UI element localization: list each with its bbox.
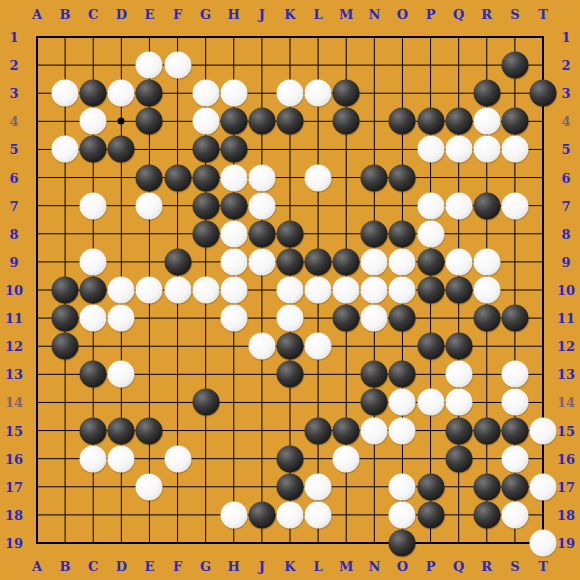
white-stone[interactable] — [361, 248, 388, 275]
white-stone[interactable] — [248, 164, 275, 191]
black-stone[interactable] — [530, 80, 557, 107]
black-stone[interactable] — [389, 361, 416, 388]
black-stone[interactable] — [248, 108, 275, 135]
white-stone[interactable] — [108, 277, 135, 304]
row-label: 19 — [557, 536, 575, 551]
black-stone[interactable] — [277, 473, 304, 500]
black-stone[interactable] — [192, 136, 219, 163]
row-label: 6 — [9, 170, 18, 185]
row-label: 15 — [5, 423, 23, 438]
black-stone[interactable] — [108, 136, 135, 163]
white-stone[interactable] — [305, 501, 332, 528]
black-stone[interactable] — [445, 417, 472, 444]
column-label: J — [259, 7, 265, 22]
white-stone[interactable] — [361, 305, 388, 332]
white-stone[interactable] — [192, 80, 219, 107]
column-label: A — [32, 7, 42, 22]
white-stone[interactable] — [530, 417, 557, 444]
white-stone[interactable] — [108, 80, 135, 107]
white-stone[interactable] — [108, 361, 135, 388]
black-stone[interactable] — [80, 277, 107, 304]
black-stone[interactable] — [333, 305, 360, 332]
black-stone[interactable] — [417, 277, 444, 304]
row-label: 4 — [561, 114, 570, 129]
column-label: B — [60, 559, 71, 574]
row-label: 13 — [557, 367, 575, 382]
black-stone[interactable] — [501, 108, 528, 135]
black-stone[interactable] — [192, 389, 219, 416]
column-label: T — [538, 559, 548, 574]
column-label: O — [397, 559, 408, 574]
row-label: 9 — [561, 254, 570, 269]
black-stone[interactable] — [277, 333, 304, 360]
black-stone[interactable] — [277, 220, 304, 247]
black-stone[interactable] — [333, 417, 360, 444]
black-stone[interactable] — [164, 164, 191, 191]
black-stone[interactable] — [52, 333, 79, 360]
black-stone[interactable] — [333, 108, 360, 135]
white-stone[interactable] — [277, 80, 304, 107]
white-stone[interactable] — [501, 389, 528, 416]
white-stone[interactable] — [80, 445, 107, 472]
row-label: 5 — [561, 142, 570, 157]
column-label: F — [173, 559, 182, 574]
row-label: 15 — [557, 423, 575, 438]
black-stone[interactable] — [136, 164, 163, 191]
black-stone[interactable] — [277, 361, 304, 388]
black-stone[interactable] — [361, 220, 388, 247]
row-label: 19 — [5, 536, 23, 551]
black-stone[interactable] — [445, 333, 472, 360]
go-board[interactable]: AABBCCDDEEFFGGHHJJKKLLMMNNOOPPQQRRSSTT11… — [0, 0, 580, 580]
black-stone[interactable] — [220, 192, 247, 219]
white-stone[interactable] — [389, 248, 416, 275]
black-stone[interactable] — [417, 248, 444, 275]
row-label: 2 — [561, 58, 570, 73]
black-stone[interactable] — [417, 333, 444, 360]
white-stone[interactable] — [501, 501, 528, 528]
column-label: N — [368, 559, 380, 574]
white-stone[interactable] — [389, 389, 416, 416]
black-stone[interactable] — [277, 445, 304, 472]
black-stone[interactable] — [52, 305, 79, 332]
black-stone[interactable] — [361, 389, 388, 416]
white-stone[interactable] — [389, 473, 416, 500]
row-label: 5 — [9, 142, 18, 157]
row-label: 12 — [5, 339, 23, 354]
black-stone[interactable] — [501, 417, 528, 444]
white-stone[interactable] — [192, 108, 219, 135]
black-stone[interactable] — [473, 417, 500, 444]
black-stone[interactable] — [389, 305, 416, 332]
column-label: Q — [453, 7, 464, 22]
row-label: 8 — [561, 226, 570, 241]
row-label: 9 — [9, 254, 18, 269]
column-label: G — [200, 7, 211, 22]
white-stone[interactable] — [530, 473, 557, 500]
white-stone[interactable] — [248, 192, 275, 219]
white-stone[interactable] — [333, 445, 360, 472]
white-stone[interactable] — [136, 52, 163, 79]
row-label: 11 — [557, 311, 575, 326]
black-stone[interactable] — [501, 473, 528, 500]
white-stone[interactable] — [220, 164, 247, 191]
white-stone[interactable] — [108, 445, 135, 472]
black-stone[interactable] — [305, 248, 332, 275]
black-stone[interactable] — [333, 80, 360, 107]
black-stone[interactable] — [80, 80, 107, 107]
white-stone[interactable] — [445, 248, 472, 275]
black-stone[interactable] — [80, 136, 107, 163]
black-stone[interactable] — [248, 220, 275, 247]
black-stone[interactable] — [277, 248, 304, 275]
white-stone[interactable] — [417, 220, 444, 247]
black-stone[interactable] — [361, 361, 388, 388]
white-stone[interactable] — [305, 80, 332, 107]
column-label: T — [538, 7, 548, 22]
black-stone[interactable] — [501, 305, 528, 332]
black-stone[interactable] — [192, 220, 219, 247]
white-stone[interactable] — [417, 136, 444, 163]
white-stone[interactable] — [248, 333, 275, 360]
row-label: 7 — [9, 198, 18, 213]
white-stone[interactable] — [220, 277, 247, 304]
row-label: 10 — [557, 283, 575, 298]
white-stone[interactable] — [277, 305, 304, 332]
white-stone[interactable] — [52, 136, 79, 163]
black-stone[interactable] — [248, 501, 275, 528]
black-stone[interactable] — [305, 417, 332, 444]
row-label: 4 — [9, 114, 18, 129]
white-stone[interactable] — [530, 530, 557, 557]
black-stone[interactable] — [361, 164, 388, 191]
black-stone[interactable] — [445, 445, 472, 472]
white-stone[interactable] — [333, 277, 360, 304]
white-stone[interactable] — [108, 305, 135, 332]
row-label: 18 — [5, 507, 23, 522]
column-label: L — [314, 559, 323, 574]
white-stone[interactable] — [361, 277, 388, 304]
row-label: 14 — [557, 395, 575, 410]
black-stone[interactable] — [136, 108, 163, 135]
black-stone[interactable] — [389, 220, 416, 247]
row-label: 17 — [557, 479, 575, 494]
white-stone[interactable] — [80, 248, 107, 275]
column-label: J — [259, 559, 265, 574]
row-label: 8 — [9, 226, 18, 241]
column-label: F — [173, 7, 182, 22]
white-stone[interactable] — [164, 52, 191, 79]
column-label: P — [426, 559, 436, 574]
white-stone[interactable] — [220, 501, 247, 528]
row-label: 16 — [557, 451, 575, 466]
white-stone[interactable] — [164, 445, 191, 472]
column-label: R — [481, 7, 492, 22]
column-label: K — [284, 7, 295, 22]
black-stone[interactable] — [473, 501, 500, 528]
column-label: E — [144, 7, 154, 22]
white-stone[interactable] — [164, 277, 191, 304]
black-stone[interactable] — [389, 164, 416, 191]
black-stone[interactable] — [445, 277, 472, 304]
column-label: D — [116, 7, 127, 22]
white-stone[interactable] — [305, 333, 332, 360]
column-label: S — [510, 7, 519, 22]
white-stone[interactable] — [305, 164, 332, 191]
white-stone[interactable] — [445, 361, 472, 388]
black-stone[interactable] — [333, 248, 360, 275]
row-label: 6 — [561, 170, 570, 185]
row-label: 18 — [557, 507, 575, 522]
white-stone[interactable] — [220, 305, 247, 332]
row-label: 10 — [5, 283, 23, 298]
star-point — [118, 118, 125, 125]
column-label: C — [88, 559, 98, 574]
black-stone[interactable] — [192, 164, 219, 191]
white-stone[interactable] — [80, 305, 107, 332]
column-label: M — [339, 559, 353, 574]
row-label: 16 — [5, 451, 23, 466]
white-stone[interactable] — [136, 277, 163, 304]
white-stone[interactable] — [192, 277, 219, 304]
black-stone[interactable] — [52, 277, 79, 304]
row-label: 1 — [561, 30, 570, 45]
white-stone[interactable] — [501, 361, 528, 388]
white-stone[interactable] — [389, 277, 416, 304]
column-label: O — [397, 7, 408, 22]
white-stone[interactable] — [473, 136, 500, 163]
column-label: S — [510, 559, 519, 574]
white-stone[interactable] — [305, 473, 332, 500]
black-stone[interactable] — [80, 361, 107, 388]
row-label: 17 — [5, 479, 23, 494]
row-label: 14 — [5, 395, 23, 410]
column-label: D — [116, 559, 127, 574]
row-label: 7 — [561, 198, 570, 213]
column-label: G — [200, 559, 211, 574]
white-stone[interactable] — [473, 108, 500, 135]
black-stone[interactable] — [277, 108, 304, 135]
column-label: H — [228, 7, 240, 22]
column-label: E — [144, 559, 154, 574]
white-stone[interactable] — [80, 108, 107, 135]
black-stone[interactable] — [220, 108, 247, 135]
column-label: C — [88, 7, 98, 22]
black-stone[interactable] — [192, 192, 219, 219]
black-stone[interactable] — [164, 248, 191, 275]
white-stone[interactable] — [417, 192, 444, 219]
black-stone[interactable] — [445, 108, 472, 135]
row-label: 11 — [5, 311, 23, 326]
black-stone[interactable] — [220, 136, 247, 163]
white-stone[interactable] — [136, 473, 163, 500]
row-label: 3 — [9, 86, 18, 101]
column-label: P — [426, 7, 436, 22]
black-stone[interactable] — [108, 417, 135, 444]
row-label: 12 — [557, 339, 575, 354]
white-stone[interactable] — [136, 192, 163, 219]
column-label: A — [32, 559, 42, 574]
black-stone[interactable] — [417, 473, 444, 500]
white-stone[interactable] — [445, 192, 472, 219]
white-stone[interactable] — [305, 277, 332, 304]
white-stone[interactable] — [248, 248, 275, 275]
column-label: Q — [453, 559, 464, 574]
column-label: K — [284, 559, 295, 574]
white-stone[interactable] — [417, 389, 444, 416]
white-stone[interactable] — [220, 80, 247, 107]
black-stone[interactable] — [473, 305, 500, 332]
black-stone[interactable] — [417, 108, 444, 135]
white-stone[interactable] — [361, 417, 388, 444]
column-label: L — [314, 7, 323, 22]
white-stone[interactable] — [52, 80, 79, 107]
row-label: 2 — [9, 58, 18, 73]
black-stone[interactable] — [473, 192, 500, 219]
row-label: 13 — [5, 367, 23, 382]
white-stone[interactable] — [277, 277, 304, 304]
column-label: N — [368, 7, 380, 22]
black-stone[interactable] — [389, 108, 416, 135]
white-stone[interactable] — [501, 445, 528, 472]
white-stone[interactable] — [473, 248, 500, 275]
column-label: M — [339, 7, 353, 22]
column-label: R — [481, 559, 492, 574]
white-stone[interactable] — [501, 136, 528, 163]
black-stone[interactable] — [473, 80, 500, 107]
black-stone[interactable] — [501, 52, 528, 79]
white-stone[interactable] — [389, 501, 416, 528]
white-stone[interactable] — [473, 277, 500, 304]
column-label: H — [228, 559, 240, 574]
row-label: 1 — [9, 30, 18, 45]
white-stone[interactable] — [445, 389, 472, 416]
white-stone[interactable] — [389, 417, 416, 444]
white-stone[interactable] — [220, 220, 247, 247]
black-stone[interactable] — [80, 417, 107, 444]
row-label: 3 — [561, 86, 570, 101]
white-stone[interactable] — [80, 192, 107, 219]
black-stone[interactable] — [136, 417, 163, 444]
black-stone[interactable] — [136, 80, 163, 107]
black-stone[interactable] — [417, 501, 444, 528]
white-stone[interactable] — [445, 136, 472, 163]
black-stone[interactable] — [473, 473, 500, 500]
white-stone[interactable] — [501, 192, 528, 219]
white-stone[interactable] — [220, 248, 247, 275]
column-label: B — [60, 7, 71, 22]
white-stone[interactable] — [277, 501, 304, 528]
black-stone[interactable] — [389, 530, 416, 557]
